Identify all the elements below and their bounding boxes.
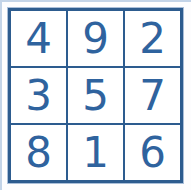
cell-r2c3: 7 [125,68,180,123]
frame-edge-top [0,0,191,2]
cell-r1c2: 9 [68,11,123,66]
frame-edge-left [0,0,2,190]
screenshot-root: 4 9 2 3 5 7 8 1 6 [0,0,191,190]
cell-r2c2: 5 [68,68,123,123]
cell-r3c2: 1 [68,125,123,180]
cell-r3c1: 8 [11,125,66,180]
cell-r1c1: 4 [11,11,66,66]
cell-r3c3: 6 [125,125,180,180]
cell-r2c1: 3 [11,68,66,123]
cell-r1c3: 2 [125,11,180,66]
magic-square-board: 4 9 2 3 5 7 8 1 6 [8,8,183,183]
